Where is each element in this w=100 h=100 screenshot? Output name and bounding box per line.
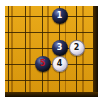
stone-3-black: 3: [52, 40, 68, 56]
stone-number: 5: [40, 56, 46, 72]
stone-number: 4: [57, 56, 63, 72]
page: 12345: [0, 0, 100, 100]
grid-vline: [42, 6, 43, 97]
stone-number: 1: [57, 8, 63, 24]
grid-vline: [25, 6, 26, 97]
stone-5-black: 5: [35, 56, 51, 72]
stone-4-white: 4: [52, 56, 68, 72]
stone-number: 2: [74, 40, 80, 56]
stone-1-black: 1: [52, 8, 68, 24]
stone-2-white: 2: [69, 40, 85, 56]
go-board[interactable]: 12345: [5, 6, 98, 97]
grid-vline: [8, 6, 9, 97]
grid-hline: [5, 32, 98, 33]
grid-hline: [5, 80, 98, 81]
board-edge-right: [93, 6, 98, 97]
stone-number: 3: [57, 40, 63, 56]
board-edge-bottom: [5, 92, 98, 97]
